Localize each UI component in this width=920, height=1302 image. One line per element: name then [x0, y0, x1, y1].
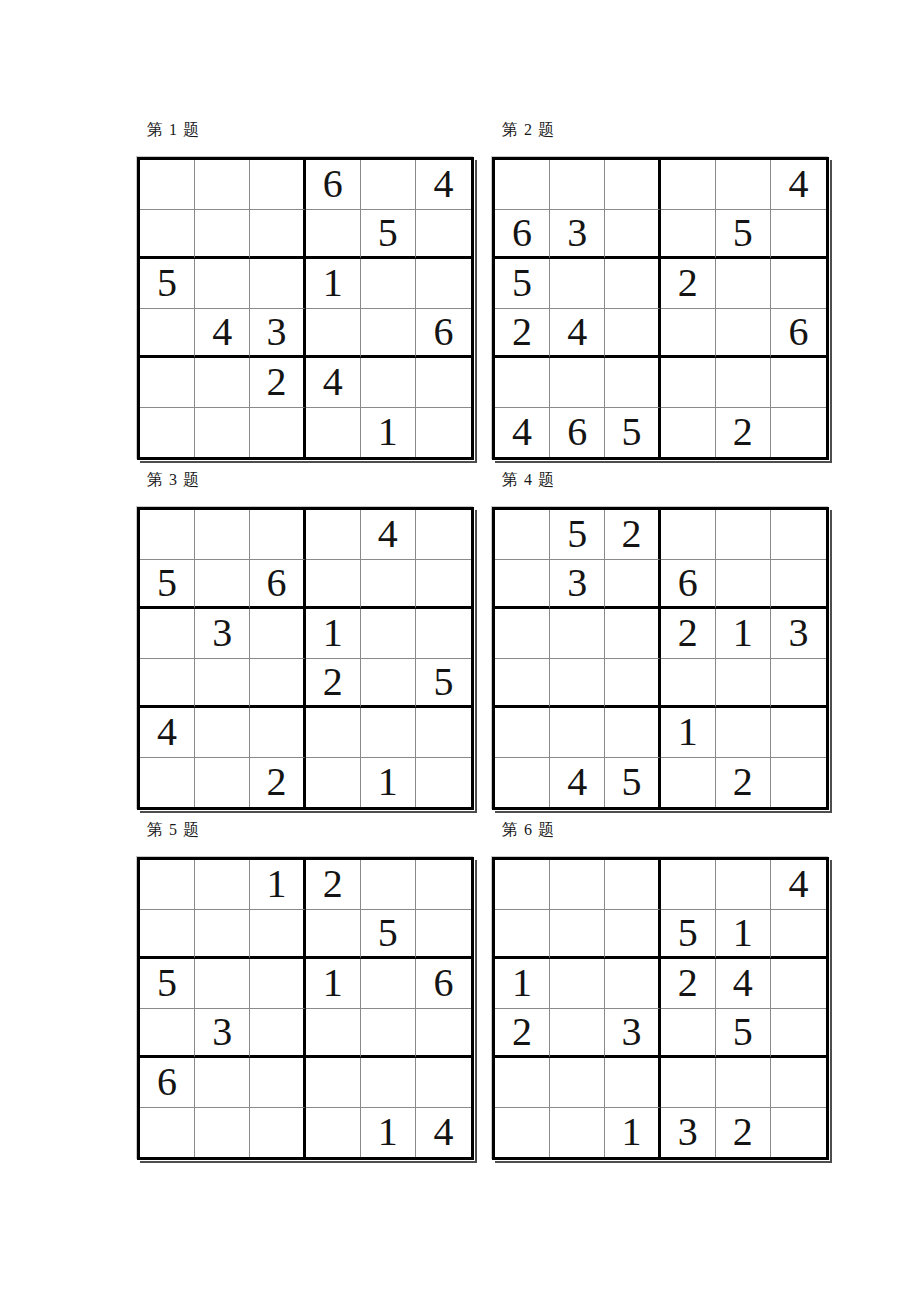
sudoku-cell-r3c6: 3: [771, 609, 826, 659]
sudoku-cell-r5c2: [195, 1058, 250, 1108]
sudoku-cell-r6c1: 4: [495, 408, 550, 458]
sudoku-cell-r4c6: 6: [771, 309, 826, 359]
sudoku-cell-r3c1: [140, 609, 195, 659]
sudoku-cell-r3c5: [361, 259, 416, 309]
sudoku-cell-r5c2: [550, 708, 605, 758]
puzzle-5-grid: 1255163614: [137, 857, 474, 1160]
sudoku-cell-r1c3: 2: [605, 510, 660, 560]
sudoku-cell-r1c4: 2: [306, 860, 361, 910]
sudoku-cell-r3c6: 6: [416, 959, 471, 1009]
sudoku-cell-r5c3: [250, 1058, 305, 1108]
sudoku-cell-r1c3: [605, 860, 660, 910]
sudoku-cell-r1c1: [140, 160, 195, 210]
sudoku-cell-r3c3: [605, 959, 660, 1009]
sudoku-cell-r2c4: [306, 560, 361, 610]
sudoku-cell-r4c2: 4: [550, 309, 605, 359]
sudoku-cell-r3c5: [716, 259, 771, 309]
sudoku-cell-r2c1: [495, 560, 550, 610]
sudoku-cell-r3c1: 5: [495, 259, 550, 309]
sudoku-cell-r2c4: [661, 210, 716, 260]
sudoku-cell-r2c2: [195, 560, 250, 610]
sudoku-cell-r5c5: [361, 708, 416, 758]
sudoku-cell-r4c1: 2: [495, 1009, 550, 1059]
sudoku-cell-r2c5: 5: [716, 210, 771, 260]
sudoku-cell-r5c2: [550, 1058, 605, 1108]
sudoku-cell-r4c5: [361, 1009, 416, 1059]
sudoku-cell-r3c5: 4: [716, 959, 771, 1009]
sudoku-cell-r1c1: [140, 510, 195, 560]
sudoku-cell-r1c6: 4: [771, 860, 826, 910]
sudoku-cell-r1c4: [661, 160, 716, 210]
sudoku-cell-r1c1: [140, 860, 195, 910]
sudoku-cell-r4c4: [306, 1009, 361, 1059]
sudoku-cell-r5c4: 1: [661, 708, 716, 758]
puzzle-1-grid: 64551436241: [137, 157, 474, 460]
sudoku-cell-r6c1: [140, 1108, 195, 1158]
sudoku-cell-r3c1: 5: [140, 959, 195, 1009]
puzzle-3: 第 3 题 4563125421: [137, 507, 475, 810]
sudoku-cell-r5c6: [416, 1058, 471, 1108]
sudoku-cell-r2c3: 6: [250, 560, 305, 610]
sudoku-cell-r4c4: [661, 309, 716, 359]
sudoku-cell-r3c2: [195, 959, 250, 1009]
sudoku-cell-r4c1: [140, 1009, 195, 1059]
sudoku-cell-r2c4: 6: [661, 560, 716, 610]
sudoku-cell-r5c1: [495, 708, 550, 758]
sudoku-cell-r3c4: 2: [661, 259, 716, 309]
sudoku-cell-r6c1: [140, 408, 195, 458]
sudoku-cell-r5c3: [250, 708, 305, 758]
sudoku-cell-r1c3: [250, 510, 305, 560]
sudoku-cell-r6c4: [306, 758, 361, 808]
sudoku-cell-r1c3: [250, 160, 305, 210]
sudoku-cell-r6c3: [250, 408, 305, 458]
sudoku-cell-r5c3: [605, 1058, 660, 1108]
sudoku-cell-r4c6: 5: [416, 659, 471, 709]
sudoku-cell-r4c4: [661, 659, 716, 709]
sudoku-cell-r1c5: 4: [361, 510, 416, 560]
sudoku-cell-r1c2: [195, 860, 250, 910]
sudoku-cell-r4c4: [306, 309, 361, 359]
sudoku-cell-r4c2: 4: [195, 309, 250, 359]
sudoku-cell-r6c2: 4: [550, 758, 605, 808]
sudoku-cell-r3c2: [195, 259, 250, 309]
sudoku-cell-r2c6: [771, 910, 826, 960]
sudoku-cell-r2c5: 5: [361, 210, 416, 260]
sudoku-cell-r5c2: [195, 358, 250, 408]
sudoku-cell-r5c1: [495, 1058, 550, 1108]
sudoku-cell-r1c1: [495, 160, 550, 210]
sudoku-cell-r5c1: 4: [140, 708, 195, 758]
sudoku-cell-r5c3: [605, 358, 660, 408]
sudoku-cell-r6c6: [771, 408, 826, 458]
sudoku-cell-r2c6: [416, 210, 471, 260]
sudoku-cell-r2c6: [416, 910, 471, 960]
sudoku-cell-r1c4: [661, 510, 716, 560]
sudoku-cell-r1c1: [495, 860, 550, 910]
sudoku-cell-r6c1: [495, 758, 550, 808]
sudoku-cell-r6c6: 4: [416, 1108, 471, 1158]
sudoku-cell-r1c2: [550, 160, 605, 210]
sudoku-cell-r5c6: [416, 708, 471, 758]
sudoku-cell-r1c6: 4: [771, 160, 826, 210]
sudoku-cell-r1c2: [195, 160, 250, 210]
sudoku-cell-r1c4: 6: [306, 160, 361, 210]
sudoku-cell-r1c6: 4: [416, 160, 471, 210]
sudoku-cell-r2c1: 6: [495, 210, 550, 260]
sudoku-cell-r3c6: [771, 259, 826, 309]
sudoku-cell-r4c1: [495, 659, 550, 709]
sudoku-cell-r3c3: [250, 959, 305, 1009]
sudoku-cell-r2c2: 3: [550, 560, 605, 610]
sudoku-cell-r5c6: [771, 708, 826, 758]
sudoku-cell-r6c4: [661, 408, 716, 458]
sudoku-cell-r2c2: [550, 910, 605, 960]
sudoku-cell-r3c5: [361, 609, 416, 659]
sudoku-cell-r1c2: 5: [550, 510, 605, 560]
sudoku-cell-r6c5: 2: [716, 1108, 771, 1158]
sudoku-cell-r2c4: 5: [661, 910, 716, 960]
sudoku-cell-r1c6: [771, 510, 826, 560]
sudoku-cell-r6c2: 6: [550, 408, 605, 458]
sudoku-cell-r6c6: [771, 758, 826, 808]
sudoku-cell-r4c4: 2: [306, 659, 361, 709]
sudoku-cell-r6c2: [195, 408, 250, 458]
sudoku-cell-r6c1: [495, 1108, 550, 1158]
sudoku-cell-r2c3: [605, 210, 660, 260]
sudoku-cell-r3c4: 1: [306, 259, 361, 309]
sudoku-cell-r1c4: [306, 510, 361, 560]
sudoku-cell-r6c3: [250, 1108, 305, 1158]
sudoku-cell-r6c5: 2: [716, 758, 771, 808]
sudoku-cell-r5c2: [550, 358, 605, 408]
sudoku-cell-r4c1: [140, 309, 195, 359]
sudoku-cell-r6c3: 5: [605, 758, 660, 808]
sudoku-cell-r6c6: [416, 408, 471, 458]
puzzle-1-title: 第 1 题: [147, 120, 200, 141]
sudoku-cell-r1c3: [605, 160, 660, 210]
sudoku-cell-r1c2: [550, 860, 605, 910]
sudoku-cell-r2c2: [195, 910, 250, 960]
puzzle-1: 第 1 题 64551436241: [137, 157, 475, 460]
sudoku-cell-r2c1: [140, 910, 195, 960]
sudoku-cell-r5c5: [361, 358, 416, 408]
sudoku-cell-r5c6: [771, 358, 826, 408]
sudoku-cell-r3c1: [495, 609, 550, 659]
sudoku-cell-r1c5: [716, 510, 771, 560]
sudoku-cell-r4c3: 3: [250, 309, 305, 359]
sudoku-cell-r3c3: [605, 259, 660, 309]
sudoku-cell-r4c1: 2: [495, 309, 550, 359]
sudoku-cell-r6c5: 1: [361, 408, 416, 458]
sudoku-cell-r5c1: 6: [140, 1058, 195, 1108]
sudoku-cell-r3c3: [250, 259, 305, 309]
sudoku-cell-r6c1: [140, 758, 195, 808]
sudoku-cell-r4c6: [771, 659, 826, 709]
sudoku-cell-r3c2: [550, 959, 605, 1009]
puzzle-3-title: 第 3 题: [147, 470, 200, 491]
sudoku-cell-r5c5: [716, 358, 771, 408]
sudoku-cell-r3c3: [605, 609, 660, 659]
sudoku-cell-r5c5: [361, 1058, 416, 1108]
sudoku-cell-r3c3: [250, 609, 305, 659]
sudoku-cell-r3c4: 2: [661, 609, 716, 659]
puzzle-6-title: 第 6 题: [502, 820, 555, 841]
sudoku-cell-r3c2: [550, 259, 605, 309]
sudoku-cell-r3c2: [550, 609, 605, 659]
sudoku-cell-r6c5: 2: [716, 408, 771, 458]
sudoku-cell-r5c5: [716, 1058, 771, 1108]
sudoku-cell-r4c5: 5: [716, 1009, 771, 1059]
puzzle-2-title: 第 2 题: [502, 120, 555, 141]
sudoku-cell-r4c5: [361, 309, 416, 359]
sudoku-cell-r3c5: [361, 959, 416, 1009]
sudoku-cell-r6c3: 1: [605, 1108, 660, 1158]
sudoku-cell-r4c1: [140, 659, 195, 709]
sudoku-cell-r2c1: [140, 210, 195, 260]
puzzle-5: 第 5 题 1255163614: [137, 857, 475, 1160]
sudoku-cell-r1c3: 1: [250, 860, 305, 910]
sudoku-cell-r3c6: [771, 959, 826, 1009]
sudoku-cell-r6c4: [306, 1108, 361, 1158]
sudoku-cell-r2c5: 1: [716, 910, 771, 960]
sudoku-cell-r4c5: [361, 659, 416, 709]
sudoku-cell-r4c2: [195, 659, 250, 709]
sudoku-cell-r1c5: [716, 860, 771, 910]
sudoku-cell-r3c5: 1: [716, 609, 771, 659]
sudoku-cell-r5c3: [605, 708, 660, 758]
sudoku-cell-r5c4: [306, 1058, 361, 1108]
sudoku-cell-r1c5: [716, 160, 771, 210]
sudoku-cell-r4c6: [416, 1009, 471, 1059]
sudoku-cell-r6c4: 3: [661, 1108, 716, 1158]
sudoku-cell-r1c4: [661, 860, 716, 910]
sudoku-cell-r6c5: 1: [361, 1108, 416, 1158]
sudoku-cell-r2c3: [250, 910, 305, 960]
sudoku-cell-r5c2: [195, 708, 250, 758]
puzzle-2: 第 2 题 4635522464652: [492, 157, 830, 460]
sudoku-cell-r5c5: [716, 708, 771, 758]
sudoku-cell-r4c6: [771, 1009, 826, 1059]
sudoku-cell-r6c3: 2: [250, 758, 305, 808]
sudoku-cell-r4c2: [550, 1009, 605, 1059]
sudoku-cell-r5c6: [416, 358, 471, 408]
sudoku-cell-r1c5: [361, 860, 416, 910]
sudoku-cell-r1c6: [416, 510, 471, 560]
sudoku-cell-r4c2: [550, 659, 605, 709]
sudoku-cell-r5c3: 2: [250, 358, 305, 408]
sudoku-cell-r6c6: [771, 1108, 826, 1158]
sudoku-cell-r6c3: 5: [605, 408, 660, 458]
sudoku-cell-r3c6: [416, 609, 471, 659]
sudoku-cell-r3c1: 5: [140, 259, 195, 309]
puzzle-4-title: 第 4 题: [502, 470, 555, 491]
sudoku-cell-r2c2: [195, 210, 250, 260]
sudoku-cell-r4c3: [605, 309, 660, 359]
sudoku-cell-r5c4: [661, 358, 716, 408]
sudoku-cell-r5c6: [771, 1058, 826, 1108]
sudoku-cell-r2c6: [416, 560, 471, 610]
sudoku-cell-r2c5: [361, 560, 416, 610]
sudoku-cell-r6c6: [416, 758, 471, 808]
sudoku-cell-r2c4: [306, 910, 361, 960]
puzzle-6: 第 6 题 451124235132: [492, 857, 830, 1160]
sudoku-cell-r5c1: [495, 358, 550, 408]
puzzle-4-grid: 52362131452: [492, 507, 829, 810]
sudoku-cell-r3c2: 3: [195, 609, 250, 659]
sudoku-cell-r1c1: [495, 510, 550, 560]
sudoku-cell-r2c6: [771, 210, 826, 260]
sudoku-cell-r4c3: 3: [605, 1009, 660, 1059]
sudoku-cell-r5c1: [140, 358, 195, 408]
sudoku-cell-r4c3: [250, 1009, 305, 1059]
sudoku-cell-r6c2: [195, 758, 250, 808]
sudoku-cell-r2c5: [716, 560, 771, 610]
sudoku-cell-r3c4: 1: [306, 959, 361, 1009]
sudoku-cell-r2c3: [605, 910, 660, 960]
sudoku-cell-r2c1: 5: [140, 560, 195, 610]
sudoku-cell-r4c2: 3: [195, 1009, 250, 1059]
sudoku-cell-r3c6: [416, 259, 471, 309]
sudoku-cell-r5c4: 4: [306, 358, 361, 408]
sudoku-cell-r4c5: [716, 659, 771, 709]
sudoku-cell-r2c1: [495, 910, 550, 960]
sudoku-cell-r4c4: [661, 1009, 716, 1059]
sudoku-cell-r6c2: [550, 1108, 605, 1158]
sudoku-cell-r2c5: 5: [361, 910, 416, 960]
puzzle-3-grid: 4563125421: [137, 507, 474, 810]
puzzle-5-title: 第 5 题: [147, 820, 200, 841]
sudoku-cell-r2c3: [605, 560, 660, 610]
sudoku-cell-r3c4: 2: [661, 959, 716, 1009]
sudoku-cell-r1c6: [416, 860, 471, 910]
puzzle-4: 第 4 题 52362131452: [492, 507, 830, 810]
sudoku-cell-r2c3: [250, 210, 305, 260]
sudoku-cell-r5c4: [661, 1058, 716, 1108]
sudoku-cell-r2c2: 3: [550, 210, 605, 260]
sudoku-cell-r2c6: [771, 560, 826, 610]
sudoku-cell-r6c2: [195, 1108, 250, 1158]
sudoku-cell-r4c3: [605, 659, 660, 709]
sudoku-cell-r2c4: [306, 210, 361, 260]
puzzle-2-grid: 4635522464652: [492, 157, 829, 460]
sudoku-cell-r5c4: [306, 708, 361, 758]
worksheet-page: { "game": "sudoku", "variant": "6x6 sudo…: [0, 0, 920, 1302]
puzzle-6-grid: 451124235132: [492, 857, 829, 1160]
sudoku-cell-r1c5: [361, 160, 416, 210]
sudoku-cell-r4c3: [250, 659, 305, 709]
sudoku-cell-r3c1: 1: [495, 959, 550, 1009]
sudoku-cell-r1c2: [195, 510, 250, 560]
sudoku-cell-r4c6: 6: [416, 309, 471, 359]
sudoku-cell-r6c4: [661, 758, 716, 808]
sudoku-cell-r6c5: 1: [361, 758, 416, 808]
sudoku-cell-r4c5: [716, 309, 771, 359]
sudoku-cell-r6c4: [306, 408, 361, 458]
sudoku-cell-r3c4: 1: [306, 609, 361, 659]
